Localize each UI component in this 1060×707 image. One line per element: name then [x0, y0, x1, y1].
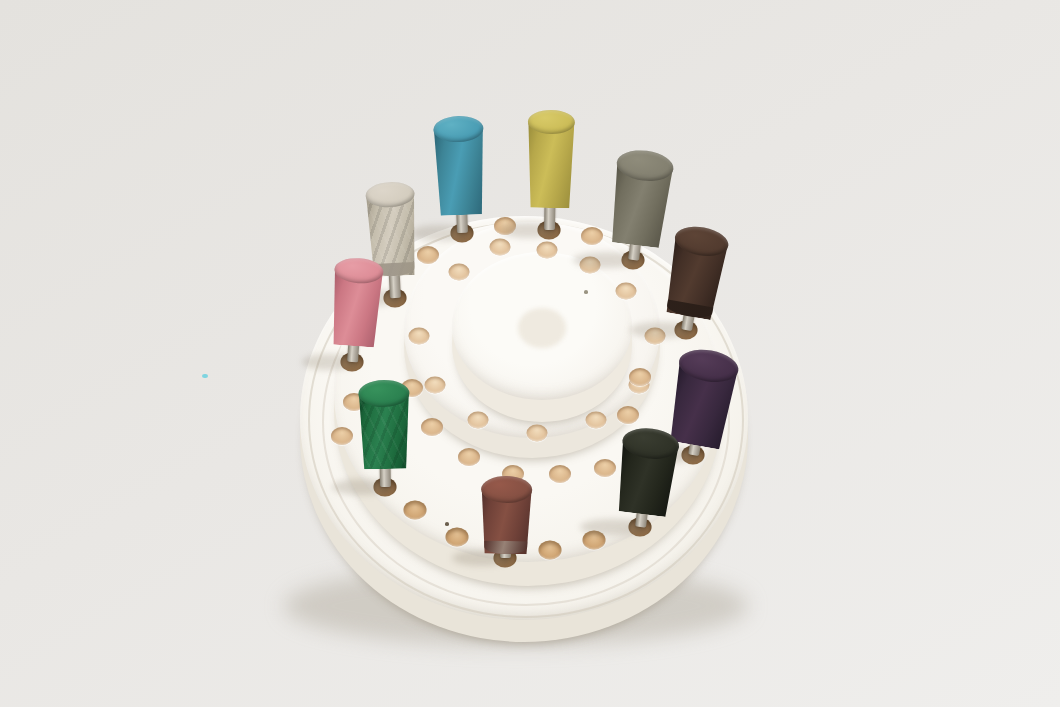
empty-hole [468, 412, 489, 429]
empty-hole [449, 264, 470, 281]
empty-hole [404, 501, 427, 520]
empty-hole [458, 448, 480, 466]
surface-speck [445, 522, 449, 525]
photo-scene [0, 0, 1060, 707]
boss-center-mark [518, 308, 566, 348]
empty-hole [425, 377, 446, 394]
empty-hole [581, 227, 603, 245]
empty-hole [446, 528, 469, 547]
empty-hole [409, 328, 430, 345]
empty-hole [616, 283, 637, 300]
empty-hole [417, 246, 439, 264]
empty-hole [527, 425, 548, 442]
empty-hole [331, 427, 353, 445]
empty-hole [549, 465, 571, 483]
empty-hole [594, 459, 616, 477]
empty-hole [537, 242, 558, 259]
empty-hole [617, 406, 639, 424]
empty-hole [586, 412, 607, 429]
empty-hole [490, 239, 511, 256]
peg-green [358, 380, 411, 488]
peg-yellow [526, 110, 575, 231]
empty-hole [539, 541, 562, 560]
surface-speck [584, 290, 588, 293]
peg-red [480, 476, 532, 559]
empty-hole [421, 418, 443, 436]
peg-darkgreen [612, 425, 681, 530]
peg-gray [605, 147, 675, 263]
peg-teal [433, 115, 487, 234]
empty-hole [629, 368, 651, 386]
peg-brown [659, 223, 730, 335]
surface-speck [202, 374, 208, 379]
peg-pink [328, 257, 384, 364]
